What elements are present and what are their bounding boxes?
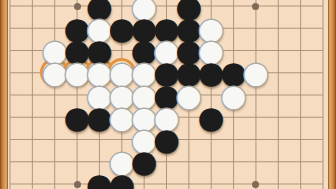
intersection-c6-r5[interactable]: ● xyxy=(111,17,133,39)
intersection-c2-r12[interactable] xyxy=(21,173,43,189)
intersection-c3-r11[interactable] xyxy=(44,151,66,173)
goban-board: ●●●●●●●●●●●●●●●●●●●●●●●●●●●●●●●●●●●●●●●●… xyxy=(0,0,336,189)
intersection-c6-r9[interactable]: ● xyxy=(111,106,133,128)
intersection-c2-r9[interactable] xyxy=(21,106,43,128)
board-frame-left-edge xyxy=(0,0,8,189)
intersection-c4-r11[interactable] xyxy=(66,151,88,173)
intersection-c3-r10[interactable] xyxy=(44,128,66,150)
intersection-c11-r10[interactable] xyxy=(222,128,244,150)
intersection-c14-r10[interactable] xyxy=(289,128,311,150)
intersection-c14-r12[interactable] xyxy=(289,173,311,189)
intersection-c13-r11[interactable] xyxy=(267,151,289,173)
board-grid: ●●●●●●●●●●●●●●●●●●●●●●●●●●●●●●●●●●●●●●●●… xyxy=(0,0,334,189)
intersection-c4-r9[interactable]: ● xyxy=(66,106,88,128)
intersection-c12-r5[interactable] xyxy=(245,17,267,39)
intersection-c12-r4[interactable] xyxy=(245,0,267,17)
black-stone: ● xyxy=(198,102,225,133)
intersection-c14-r8[interactable] xyxy=(289,84,311,106)
intersection-c13-r6[interactable] xyxy=(267,39,289,61)
intersection-c7-r11[interactable]: ● xyxy=(133,151,155,173)
intersection-c3-r9[interactable] xyxy=(44,106,66,128)
intersection-c13-r5[interactable] xyxy=(267,17,289,39)
intersection-c11-r8[interactable]: ● xyxy=(222,84,244,106)
intersection-c11-r4[interactable] xyxy=(222,0,244,17)
intersection-c11-r11[interactable] xyxy=(222,151,244,173)
intersection-c8-r12[interactable] xyxy=(155,173,177,189)
intersection-c10-r7[interactable]: ● xyxy=(200,62,222,84)
intersection-c12-r7[interactable]: ● xyxy=(245,62,267,84)
intersection-c2-r11[interactable] xyxy=(21,151,43,173)
intersection-c2-r4[interactable] xyxy=(21,0,43,17)
intersection-c9-r12[interactable] xyxy=(178,173,200,189)
intersection-c13-r9[interactable] xyxy=(267,106,289,128)
intersection-c13-r4[interactable] xyxy=(267,0,289,17)
intersection-c14-r6[interactable] xyxy=(289,39,311,61)
intersection-c12-r11[interactable] xyxy=(245,151,267,173)
intersection-c12-r12[interactable] xyxy=(245,173,267,189)
intersection-c11-r5[interactable] xyxy=(222,17,244,39)
intersection-c4-r12[interactable] xyxy=(66,173,88,189)
intersection-c12-r10[interactable] xyxy=(245,128,267,150)
intersection-c3-r12[interactable] xyxy=(44,173,66,189)
intersection-c13-r10[interactable] xyxy=(267,128,289,150)
intersection-c11-r12[interactable] xyxy=(222,173,244,189)
intersection-c10-r11[interactable] xyxy=(200,151,222,173)
intersection-c9-r10[interactable] xyxy=(178,128,200,150)
intersection-c10-r9[interactable]: ● xyxy=(200,106,222,128)
intersection-c9-r11[interactable] xyxy=(178,151,200,173)
intersection-c13-r8[interactable] xyxy=(267,84,289,106)
intersection-c2-r10[interactable] xyxy=(21,128,43,150)
intersection-c4-r7[interactable]: ● xyxy=(66,62,88,84)
intersection-c10-r12[interactable] xyxy=(200,173,222,189)
intersection-c13-r7[interactable] xyxy=(267,62,289,84)
board-frame-right-edge xyxy=(328,0,336,189)
intersection-c3-r7[interactable]: ● xyxy=(44,62,66,84)
intersection-c14-r5[interactable] xyxy=(289,17,311,39)
intersection-c8-r10[interactable]: ● xyxy=(155,128,177,150)
intersection-c3-r4[interactable] xyxy=(44,0,66,17)
black-stone: ● xyxy=(108,169,135,189)
intersection-c13-r12[interactable] xyxy=(267,173,289,189)
intersection-c6-r12[interactable]: ● xyxy=(111,173,133,189)
intersection-c12-r9[interactable] xyxy=(245,106,267,128)
intersection-c14-r9[interactable] xyxy=(289,106,311,128)
intersection-c14-r4[interactable] xyxy=(289,0,311,17)
intersection-c9-r8[interactable]: ● xyxy=(178,84,200,106)
intersection-c14-r7[interactable] xyxy=(289,62,311,84)
intersection-c14-r11[interactable] xyxy=(289,151,311,173)
